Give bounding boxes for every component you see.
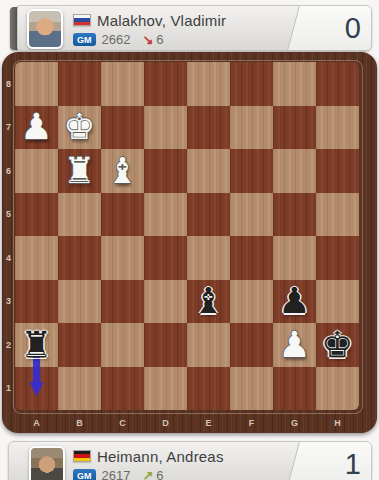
file-label: G (291, 413, 298, 433)
black-pawn[interactable]: ♟ (273, 280, 316, 324)
file-label: D (162, 413, 169, 433)
board-square[interactable] (273, 149, 316, 193)
board-square[interactable] (230, 193, 273, 237)
board-square[interactable] (101, 236, 144, 280)
board-square[interactable] (144, 149, 187, 193)
board-square[interactable] (144, 367, 187, 411)
board-square[interactable] (187, 193, 230, 237)
file-label: A (33, 413, 40, 433)
board-square[interactable] (144, 62, 187, 106)
board-square[interactable]: ♚ (316, 323, 359, 367)
board-squares: ♟♚♜♝♝♟♜♟♚ (15, 62, 359, 410)
board-square[interactable] (273, 106, 316, 150)
board-square[interactable] (15, 62, 58, 106)
board-square[interactable] (101, 62, 144, 106)
black-rook[interactable]: ♜ (15, 323, 58, 367)
rank-label: 3 (2, 296, 15, 306)
score-top: 0 (345, 12, 361, 45)
board-square[interactable] (187, 236, 230, 280)
board-square[interactable] (101, 280, 144, 324)
board-square[interactable] (230, 106, 273, 150)
rank-label: 4 (2, 253, 15, 263)
board-square[interactable] (58, 62, 101, 106)
board-square[interactable]: ♟ (15, 106, 58, 150)
score-bottom: 1 (345, 448, 361, 480)
board-square[interactable] (58, 236, 101, 280)
board-square[interactable] (15, 193, 58, 237)
rating-trend-down-icon: ↘ (142, 32, 153, 47)
board-square[interactable]: ♟ (273, 280, 316, 324)
flag-germany-icon (73, 450, 91, 462)
board-square[interactable] (273, 367, 316, 411)
board-square[interactable] (58, 323, 101, 367)
board-square[interactable] (316, 149, 359, 193)
rank-label: 8 (2, 79, 15, 89)
file-label: B (76, 413, 83, 433)
rank-label: 5 (2, 209, 15, 219)
rank-label: 6 (2, 166, 15, 176)
player-name-top: Malakhov, Vladimir (97, 12, 226, 29)
player-rating-bottom: 2617 (102, 468, 131, 480)
board-square[interactable] (230, 323, 273, 367)
board-square[interactable] (15, 149, 58, 193)
white-rook[interactable]: ♜ (58, 149, 101, 193)
board-square[interactable] (316, 193, 359, 237)
board-square[interactable]: ♝ (101, 149, 144, 193)
board-square[interactable] (316, 62, 359, 106)
board-square[interactable] (101, 367, 144, 411)
board-square[interactable] (144, 106, 187, 150)
board-square[interactable] (316, 106, 359, 150)
board-square[interactable] (187, 62, 230, 106)
file-label: C (119, 413, 126, 433)
board-square[interactable] (230, 149, 273, 193)
board-square[interactable] (273, 193, 316, 237)
board-square[interactable] (230, 367, 273, 411)
chess-game-widget: Malakhov, Vladimir GM 2662 ↘ 6 0 ♟♚♜♝♝♟♜… (0, 0, 379, 480)
board-square[interactable] (316, 280, 359, 324)
board-square[interactable] (230, 280, 273, 324)
board-square[interactable] (58, 367, 101, 411)
rank-label: 7 (2, 122, 15, 132)
black-king[interactable]: ♚ (316, 323, 359, 367)
board-square[interactable] (15, 367, 58, 411)
board-square[interactable] (144, 323, 187, 367)
gm-title-badge-top: GM (73, 33, 96, 46)
board-square[interactable] (101, 323, 144, 367)
board-square[interactable] (101, 193, 144, 237)
board-square[interactable] (273, 236, 316, 280)
board-square[interactable] (187, 106, 230, 150)
board-square[interactable]: ♟ (273, 323, 316, 367)
board-square[interactable] (15, 236, 58, 280)
rank-label: 2 (2, 340, 15, 350)
file-label: F (249, 413, 255, 433)
white-bishop[interactable]: ♝ (101, 149, 144, 193)
player-info-bottom: Heimann, Andreas GM 2617 ↗ 6 (73, 446, 224, 480)
board-square[interactable] (230, 62, 273, 106)
board-square[interactable] (101, 106, 144, 150)
player-info-top: Malakhov, Vladimir GM 2662 ↘ 6 (73, 10, 226, 48)
board-square[interactable] (144, 236, 187, 280)
white-pawn[interactable]: ♟ (15, 106, 58, 150)
board-square[interactable] (144, 280, 187, 324)
board-square[interactable] (187, 323, 230, 367)
gm-title-badge-bottom: GM (73, 469, 96, 480)
flag-russia-icon (73, 14, 91, 26)
white-king[interactable]: ♚ (58, 106, 101, 150)
board-square[interactable] (187, 367, 230, 411)
player-bar-top: Malakhov, Vladimir GM 2662 ↘ 6 0 (17, 5, 372, 51)
board-square[interactable] (316, 367, 359, 411)
board-square[interactable] (58, 193, 101, 237)
board-square[interactable]: ♜ (58, 149, 101, 193)
white-pawn[interactable]: ♟ (273, 323, 316, 367)
rating-change-bottom: 6 (156, 468, 163, 480)
file-label: H (334, 413, 341, 433)
board-square[interactable] (187, 149, 230, 193)
board-square[interactable]: ♚ (58, 106, 101, 150)
board-square[interactable] (144, 193, 187, 237)
player-photo-top (27, 9, 63, 49)
board-square[interactable] (230, 236, 273, 280)
player-rating-top: 2662 (102, 32, 131, 47)
board-square[interactable] (58, 280, 101, 324)
black-bishop[interactable]: ♝ (187, 280, 230, 324)
player-photo-bottom (29, 446, 65, 480)
board-square[interactable]: ♜ (15, 323, 58, 367)
board-square[interactable] (273, 62, 316, 106)
board-square[interactable]: ♝ (187, 280, 230, 324)
player-bar-bottom: Heimann, Andreas GM 2617 ↗ 6 1 (8, 441, 372, 480)
chess-board: ♟♚♜♝♝♟♜♟♚ 87654321ABCDEFGH (2, 52, 377, 433)
player-name-bottom: Heimann, Andreas (97, 448, 224, 465)
board-square[interactable] (15, 280, 58, 324)
file-label: E (205, 413, 211, 433)
rating-change-top: 6 (156, 32, 163, 47)
rating-trend-up-icon: ↗ (142, 468, 153, 480)
rank-label: 1 (2, 383, 15, 393)
board-square[interactable] (316, 236, 359, 280)
